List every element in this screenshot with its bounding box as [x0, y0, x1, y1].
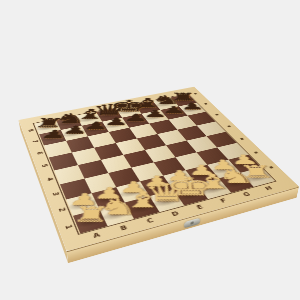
- rank-label: 2: [54, 204, 69, 215]
- rank-label: 3: [48, 189, 62, 199]
- clasp-latch-icon: [183, 217, 199, 228]
- rank-label: 5: [37, 161, 50, 170]
- file-label: D: [166, 208, 184, 219]
- nail-icon: [254, 152, 258, 154]
- rank-label: 8: [24, 127, 35, 134]
- file-label: G: [238, 189, 256, 199]
- rank-label: 6: [33, 149, 45, 157]
- chess-set-photo: ABCDEFGH12345678 ♜♞♝♛♚♝♞♜♟♟♟♟♟♟♟♟♟♟♟♟♟♟♟…: [0, 0, 300, 300]
- nail-icon: [215, 114, 218, 115]
- file-label: H: [260, 183, 278, 193]
- chess-board: ABCDEFGH12345678 ♜♞♝♛♚♝♞♜♟♟♟♟♟♟♟♟♟♟♟♟♟♟♟…: [19, 87, 299, 252]
- perspective-scene: ABCDEFGH12345678 ♜♞♝♛♚♝♞♜♟♟♟♟♟♟♟♟♟♟♟♟♟♟♟…: [0, 0, 300, 300]
- file-label: F: [215, 195, 233, 205]
- nail-icon: [204, 103, 207, 104]
- rank-label: 7: [28, 138, 40, 145]
- file-label: E: [191, 202, 209, 213]
- nail-icon: [240, 138, 243, 140]
- file-label: B: [115, 222, 133, 234]
- file-label: A: [87, 229, 105, 241]
- nail-icon: [269, 166, 273, 168]
- nail-icon: [227, 125, 230, 127]
- rank-label: 1: [60, 221, 75, 233]
- rank-label: 4: [42, 175, 55, 184]
- file-label: C: [141, 215, 159, 226]
- latch-pin-icon: [190, 221, 193, 225]
- nail-icon: [194, 93, 197, 94]
